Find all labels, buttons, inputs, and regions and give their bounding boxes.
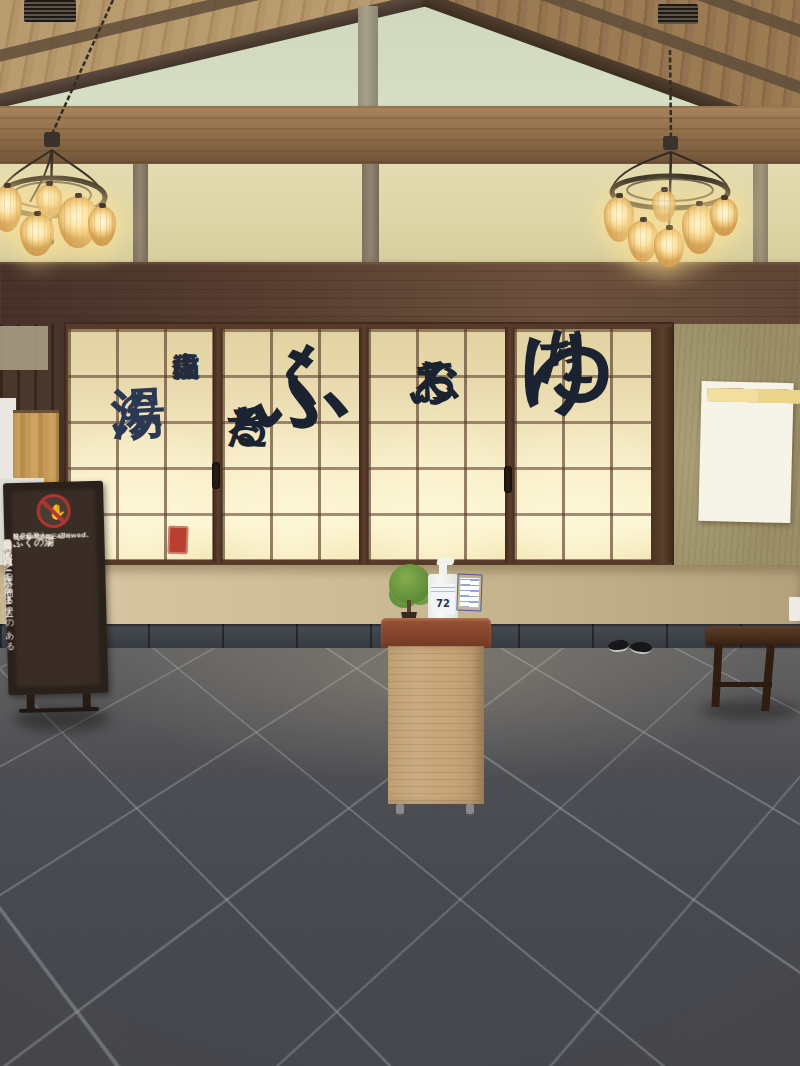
wall-post — [753, 164, 768, 264]
wooden-bench[interactable] — [706, 620, 800, 715]
lower-horizontal-beam — [0, 262, 800, 324]
left-wall-panel — [0, 326, 48, 370]
wall-post — [133, 164, 148, 264]
shoji-door-handle[interactable] — [212, 462, 220, 489]
ceiling-vent-icon — [24, 0, 76, 22]
no-tattoo-sign-board: ✋ No tattoos allowed. 纹身者禁止 문신을 새긴분은 금지 … — [3, 481, 109, 718]
shoji-stile — [213, 327, 223, 563]
bench-top — [706, 626, 800, 645]
red-seal-stamp — [168, 526, 189, 555]
shoji-right-frame — [651, 327, 674, 563]
wall-post — [362, 164, 379, 264]
shoji-stile — [505, 327, 515, 563]
bottle-label-number: 72 — [431, 598, 455, 612]
bonsai-plant — [389, 564, 431, 604]
wall-outlet — [789, 597, 800, 621]
shoji-stile — [359, 327, 369, 563]
sign-logo: ふくの湯 — [13, 535, 55, 550]
podium-caster — [466, 804, 474, 814]
bench-leg — [711, 645, 722, 707]
podium-cloth — [381, 618, 491, 648]
sign-foot — [19, 707, 99, 713]
price-list-poster[interactable]: 料金表 — [698, 381, 793, 523]
no-tattoo-icon: ✋ — [36, 494, 71, 529]
sign-panel: ✋ No tattoos allowed. 纹身者禁止 문신을 새긴분은 금지 … — [9, 487, 102, 689]
onsen-lobby-photo: ゆったり おふろで ふく きたる 稲佐山温泉 ふくの湯 料金表 — [0, 0, 800, 1066]
shoji-door-handle[interactable] — [504, 466, 512, 493]
plant-trunk — [407, 600, 411, 614]
upper-horizontal-beam — [0, 106, 800, 164]
calligraphy-signature: ふくの湯 — [106, 386, 168, 389]
podium-caster — [396, 804, 404, 814]
bench-stretcher — [714, 682, 772, 687]
sanitizer-info-card — [456, 574, 482, 612]
sanitizer-podium: 72 — [383, 610, 489, 812]
ceiling-vent-icon — [658, 4, 698, 24]
poster-price-row — [707, 388, 799, 403]
bench-leg — [761, 645, 775, 711]
podium-body — [388, 646, 484, 804]
